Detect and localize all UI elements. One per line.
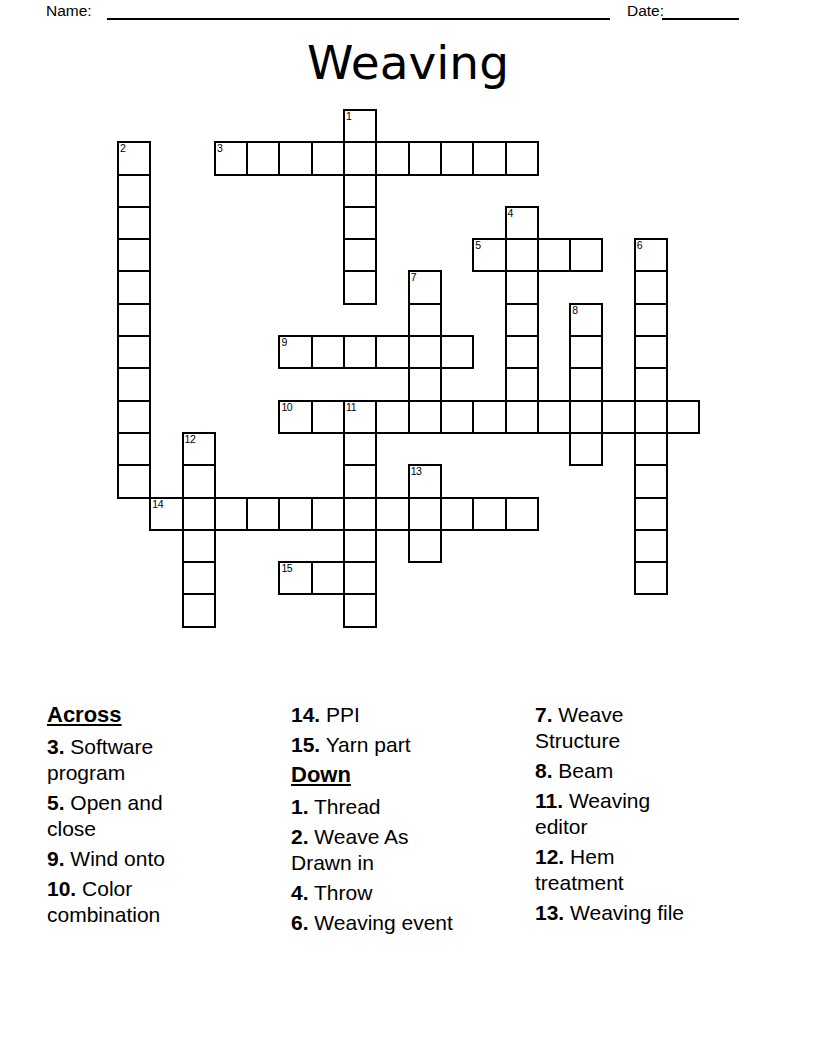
- clue-text: Weave As Drawn in: [291, 825, 409, 874]
- cell-r9c13[interactable]: [537, 400, 571, 434]
- cell-r12c12[interactable]: [505, 497, 539, 531]
- cell-number: 10: [281, 401, 292, 413]
- clue-column-1: Across3. Software program5. Open and clo…: [47, 702, 207, 932]
- cell-r9c10[interactable]: [440, 400, 474, 434]
- cell-r1c5[interactable]: [278, 141, 312, 175]
- clue-column-2: 14. PPI15. Yarn partDown1. Thread2. Weav…: [291, 702, 466, 940]
- clue-number: 6.: [291, 911, 309, 934]
- cell-number: 3: [217, 142, 222, 154]
- clue-text: Thread: [309, 795, 381, 818]
- cell-r12c2[interactable]: [182, 497, 216, 531]
- cell-r9c8[interactable]: [375, 400, 409, 434]
- cell-number: 13: [411, 465, 422, 477]
- across-clue-3: 3. Software program: [47, 734, 207, 786]
- cell-r0c7[interactable]: 1: [343, 109, 377, 143]
- cell-r1c9[interactable]: [408, 141, 442, 175]
- cell-r9c7[interactable]: 11: [343, 400, 377, 434]
- clue-text: Throw: [309, 881, 373, 904]
- cell-r12c9[interactable]: [408, 497, 442, 531]
- cell-r9c9[interactable]: [408, 400, 442, 434]
- cell-r11c0[interactable]: [117, 464, 151, 498]
- cell-number: 5: [475, 239, 480, 251]
- cell-number: 2: [120, 142, 125, 154]
- cell-r1c6[interactable]: [311, 141, 345, 175]
- cell-r2c7[interactable]: [343, 174, 377, 208]
- clue-number: 9.: [47, 847, 65, 870]
- cell-r7c5[interactable]: 9: [278, 335, 312, 369]
- clue-number: 7.: [535, 703, 553, 726]
- down-clue-2: 2. Weave As Drawn in: [291, 824, 466, 876]
- clue-text: Yarn part: [320, 733, 410, 756]
- cell-r7c14[interactable]: [569, 335, 603, 369]
- cell-r12c7[interactable]: [343, 497, 377, 531]
- cell-r8c0[interactable]: [117, 367, 151, 401]
- cell-r7c8[interactable]: [375, 335, 409, 369]
- cell-r1c11[interactable]: [472, 141, 506, 175]
- cell-r4c16[interactable]: 6: [634, 238, 668, 272]
- cell-r6c12[interactable]: [505, 303, 539, 337]
- cell-r6c9[interactable]: [408, 303, 442, 337]
- cell-r14c6[interactable]: [311, 561, 345, 595]
- clue-text: Open and close: [47, 791, 163, 840]
- cell-r10c14[interactable]: [569, 432, 603, 466]
- clue-number: 14.: [291, 703, 320, 726]
- cell-number: 8: [572, 304, 577, 316]
- cell-r13c2[interactable]: [182, 529, 216, 563]
- cell-r1c3[interactable]: 3: [214, 141, 248, 175]
- cell-number: 1: [346, 110, 351, 122]
- down-clue-12: 12. Hem treatment: [535, 844, 693, 896]
- cell-r12c10[interactable]: [440, 497, 474, 531]
- cell-number: 6: [637, 239, 642, 251]
- name-label: Name:: [46, 2, 92, 20]
- cell-r14c5[interactable]: 15: [278, 561, 312, 595]
- cell-r12c8[interactable]: [375, 497, 409, 531]
- cell-r10c7[interactable]: [343, 432, 377, 466]
- date-blank-line[interactable]: [662, 0, 739, 20]
- cell-r9c6[interactable]: [311, 400, 345, 434]
- date-label: Date:: [627, 2, 664, 20]
- clue-column-3: 7. Weave Structure8. Beam11. Weaving edi…: [535, 702, 693, 930]
- clue-number: 3.: [47, 735, 65, 758]
- cell-r4c13[interactable]: [537, 238, 571, 272]
- down-clue-13: 13. Weaving file: [535, 900, 693, 926]
- cell-number: 14: [152, 498, 163, 510]
- clues-section: Across3. Software program5. Open and clo…: [0, 702, 816, 1056]
- cell-r3c0[interactable]: [117, 206, 151, 240]
- cell-number: 15: [281, 562, 292, 574]
- clue-number: 11.: [535, 789, 563, 812]
- cell-r12c11[interactable]: [472, 497, 506, 531]
- cell-r11c7[interactable]: [343, 464, 377, 498]
- cell-number: 9: [281, 336, 286, 348]
- cell-r9c0[interactable]: [117, 400, 151, 434]
- cell-r6c14[interactable]: 8: [569, 303, 603, 337]
- clue-text: PPI: [320, 703, 360, 726]
- cell-number: 11: [346, 401, 356, 413]
- cell-r11c9[interactable]: 13: [408, 464, 442, 498]
- cell-r9c17[interactable]: [666, 400, 700, 434]
- cell-r9c15[interactable]: [601, 400, 635, 434]
- cell-r4c11[interactable]: 5: [472, 238, 506, 272]
- cell-r1c8[interactable]: [375, 141, 409, 175]
- cell-r6c16[interactable]: [634, 303, 668, 337]
- cell-number: 4: [508, 207, 513, 219]
- clue-number: 5.: [47, 791, 65, 814]
- across-clue-5: 5. Open and close: [47, 790, 207, 842]
- cell-r2c0[interactable]: [117, 174, 151, 208]
- cell-r4c14[interactable]: [569, 238, 603, 272]
- cell-r5c7[interactable]: [343, 270, 377, 304]
- clue-number: 4.: [291, 881, 309, 904]
- cell-r1c12[interactable]: [505, 141, 539, 175]
- clue-number: 10.: [47, 877, 76, 900]
- cell-r11c16[interactable]: [634, 464, 668, 498]
- cell-r7c6[interactable]: [311, 335, 345, 369]
- clue-text: Weaving event: [309, 911, 453, 934]
- cell-r1c0[interactable]: 2: [117, 141, 151, 175]
- across-clue-15: 15. Yarn part: [291, 732, 466, 758]
- cell-r7c16[interactable]: [634, 335, 668, 369]
- down-clue-1: 1. Thread: [291, 794, 466, 820]
- cell-r5c0[interactable]: [117, 270, 151, 304]
- cell-r14c2[interactable]: [182, 561, 216, 595]
- down-clue-8: 8. Beam: [535, 758, 693, 784]
- cell-r4c12[interactable]: [505, 238, 539, 272]
- across-clue-9: 9. Wind onto: [47, 846, 207, 872]
- cell-r9c12[interactable]: [505, 400, 539, 434]
- cell-number: 12: [185, 433, 196, 445]
- name-blank-line[interactable]: [107, 0, 610, 20]
- cell-r15c2[interactable]: [182, 593, 216, 627]
- cell-r4c0[interactable]: [117, 238, 151, 272]
- cell-r12c1[interactable]: 14: [149, 497, 183, 531]
- cell-r7c7[interactable]: [343, 335, 377, 369]
- clue-number: 15.: [291, 733, 320, 756]
- across-clue-10: 10. Color combination: [47, 876, 207, 928]
- cell-r8c14[interactable]: [569, 367, 603, 401]
- cell-r10c2[interactable]: 12: [182, 432, 216, 466]
- down-clue-11: 11. Weaving editor: [535, 788, 693, 840]
- cell-r11c2[interactable]: [182, 464, 216, 498]
- down-heading: Down: [291, 762, 466, 787]
- cell-r7c9[interactable]: [408, 335, 442, 369]
- cell-r1c7[interactable]: [343, 141, 377, 175]
- cell-r14c16[interactable]: [634, 561, 668, 595]
- cell-r3c12[interactable]: 4: [505, 206, 539, 240]
- cell-r7c0[interactable]: [117, 335, 151, 369]
- cell-r8c16[interactable]: [634, 367, 668, 401]
- clue-number: 12.: [535, 845, 564, 868]
- cell-r5c9[interactable]: 7: [408, 270, 442, 304]
- cell-r4c7[interactable]: [343, 238, 377, 272]
- cell-r9c11[interactable]: [472, 400, 506, 434]
- cell-r13c7[interactable]: [343, 529, 377, 563]
- cell-r13c9[interactable]: [408, 529, 442, 563]
- cell-r10c0[interactable]: [117, 432, 151, 466]
- cell-r12c6[interactable]: [311, 497, 345, 531]
- cell-r12c16[interactable]: [634, 497, 668, 531]
- cell-r6c0[interactable]: [117, 303, 151, 337]
- clue-number: 8.: [535, 759, 553, 782]
- down-clue-6: 6. Weaving event: [291, 910, 466, 936]
- cell-r9c16[interactable]: [634, 400, 668, 434]
- cell-r3c7[interactable]: [343, 206, 377, 240]
- cell-r12c4[interactable]: [246, 497, 280, 531]
- clue-number: 2.: [291, 825, 309, 848]
- cell-r5c16[interactable]: [634, 270, 668, 304]
- cell-r5c12[interactable]: [505, 270, 539, 304]
- clue-text: Beam: [553, 759, 614, 782]
- cell-r12c3[interactable]: [214, 497, 248, 531]
- down-clue-4: 4. Throw: [291, 880, 466, 906]
- cell-number: 7: [411, 271, 416, 283]
- cell-r8c12[interactable]: [505, 367, 539, 401]
- clue-number: 13.: [535, 901, 564, 924]
- cell-r7c10[interactable]: [440, 335, 474, 369]
- clue-number: 1.: [291, 795, 309, 818]
- across-heading: Across: [47, 702, 207, 727]
- cell-r9c14[interactable]: [569, 400, 603, 434]
- cell-r13c16[interactable]: [634, 529, 668, 563]
- down-clue-7: 7. Weave Structure: [535, 702, 693, 754]
- clue-text: Wind onto: [65, 847, 165, 870]
- cell-r1c4[interactable]: [246, 141, 280, 175]
- cell-r7c12[interactable]: [505, 335, 539, 369]
- cell-r10c16[interactable]: [634, 432, 668, 466]
- page-title: Weaving: [0, 39, 816, 86]
- cell-r14c7[interactable]: [343, 561, 377, 595]
- cell-r15c7[interactable]: [343, 593, 377, 627]
- crossword-grid: 123456789101112131415: [118, 110, 699, 627]
- cell-r1c10[interactable]: [440, 141, 474, 175]
- cell-r12c5[interactable]: [278, 497, 312, 531]
- cell-r8c9[interactable]: [408, 367, 442, 401]
- across-clue-14: 14. PPI: [291, 702, 466, 728]
- cell-r9c5[interactable]: 10: [278, 400, 312, 434]
- clue-text: Weaving file: [564, 901, 684, 924]
